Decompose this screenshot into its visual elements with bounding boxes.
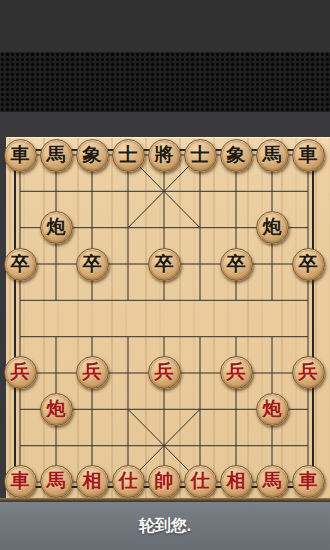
board-grid: 車馬象士將士象馬車炮炮卒卒卒卒卒兵兵兵兵兵炮炮車馬相仕帥仕相馬車 — [2, 137, 326, 500]
piece-glyph: 象 — [227, 145, 246, 164]
piece-glyph: 卒 — [227, 254, 246, 273]
piece-black-卒[interactable]: 卒 — [148, 248, 181, 281]
piece-red-馬[interactable]: 馬 — [256, 465, 289, 498]
piece-glyph: 兵 — [299, 362, 318, 381]
piece-glyph: 馬 — [47, 145, 66, 164]
piece-red-仕[interactable]: 仕 — [184, 465, 217, 498]
piece-red-相[interactable]: 相 — [76, 465, 109, 498]
piece-glyph: 士 — [119, 145, 138, 164]
piece-glyph: 卒 — [83, 254, 102, 273]
piece-black-將[interactable]: 將 — [148, 139, 181, 172]
piece-black-卒[interactable]: 卒 — [220, 248, 253, 281]
app-screen: 悔棋 新开 撤销 重做 更多.. — [0, 0, 330, 550]
status-bar: 轮到您. — [0, 501, 330, 550]
piece-glyph: 炮 — [263, 217, 282, 236]
piece-black-炮[interactable]: 炮 — [40, 211, 73, 244]
piece-glyph: 帥 — [155, 471, 174, 490]
piece-red-兵[interactable]: 兵 — [220, 356, 253, 389]
piece-black-炮[interactable]: 炮 — [256, 211, 289, 244]
piece-black-士[interactable]: 士 — [184, 139, 217, 172]
piece-glyph: 將 — [155, 145, 174, 164]
piece-red-炮[interactable]: 炮 — [40, 393, 73, 426]
piece-glyph: 馬 — [47, 471, 66, 490]
piece-glyph: 仕 — [119, 471, 138, 490]
piece-glyph: 馬 — [263, 471, 282, 490]
xiangqi-board[interactable]: 車馬象士將士象馬車炮炮卒卒卒卒卒兵兵兵兵兵炮炮車馬相仕帥仕相馬車 — [0, 137, 330, 501]
piece-glyph: 象 — [83, 145, 102, 164]
piece-black-象[interactable]: 象 — [220, 139, 253, 172]
piece-black-象[interactable]: 象 — [76, 139, 109, 172]
toolbar-band: 悔棋 新开 撤销 重做 更多.. — [0, 52, 330, 114]
piece-glyph: 卒 — [11, 254, 30, 273]
piece-red-車[interactable]: 車 — [292, 465, 325, 498]
piece-glyph: 兵 — [11, 362, 30, 381]
piece-red-兵[interactable]: 兵 — [148, 356, 181, 389]
piece-red-相[interactable]: 相 — [220, 465, 253, 498]
piece-red-兵[interactable]: 兵 — [292, 356, 325, 389]
piece-red-炮[interactable]: 炮 — [256, 393, 289, 426]
piece-glyph: 馬 — [263, 145, 282, 164]
piece-red-兵[interactable]: 兵 — [76, 356, 109, 389]
piece-glyph: 兵 — [227, 362, 246, 381]
piece-glyph: 炮 — [263, 399, 282, 418]
piece-red-兵[interactable]: 兵 — [4, 356, 37, 389]
piece-black-馬[interactable]: 馬 — [40, 139, 73, 172]
piece-black-車[interactable]: 車 — [292, 139, 325, 172]
piece-glyph: 炮 — [47, 217, 66, 236]
piece-glyph: 仕 — [191, 471, 210, 490]
piece-red-車[interactable]: 車 — [4, 465, 37, 498]
piece-red-帥[interactable]: 帥 — [148, 465, 181, 498]
piece-black-卒[interactable]: 卒 — [76, 248, 109, 281]
piece-glyph: 兵 — [155, 362, 174, 381]
piece-glyph: 相 — [83, 471, 102, 490]
piece-glyph: 士 — [191, 145, 210, 164]
piece-black-士[interactable]: 士 — [112, 139, 145, 172]
piece-black-馬[interactable]: 馬 — [256, 139, 289, 172]
piece-black-卒[interactable]: 卒 — [4, 248, 37, 281]
piece-glyph: 相 — [227, 471, 246, 490]
piece-red-仕[interactable]: 仕 — [112, 465, 145, 498]
piece-glyph: 兵 — [83, 362, 102, 381]
piece-glyph: 車 — [299, 145, 318, 164]
piece-glyph: 炮 — [47, 399, 66, 418]
piece-black-車[interactable]: 車 — [4, 139, 37, 172]
board-top-shadow — [0, 112, 330, 137]
piece-black-卒[interactable]: 卒 — [292, 248, 325, 281]
top-black-area — [0, 0, 330, 52]
piece-glyph: 車 — [11, 145, 30, 164]
piece-glyph: 卒 — [299, 254, 318, 273]
piece-glyph: 車 — [11, 471, 30, 490]
piece-red-馬[interactable]: 馬 — [40, 465, 73, 498]
piece-glyph: 車 — [299, 471, 318, 490]
piece-glyph: 卒 — [155, 254, 174, 273]
turn-indicator-text: 轮到您. — [139, 516, 191, 537]
